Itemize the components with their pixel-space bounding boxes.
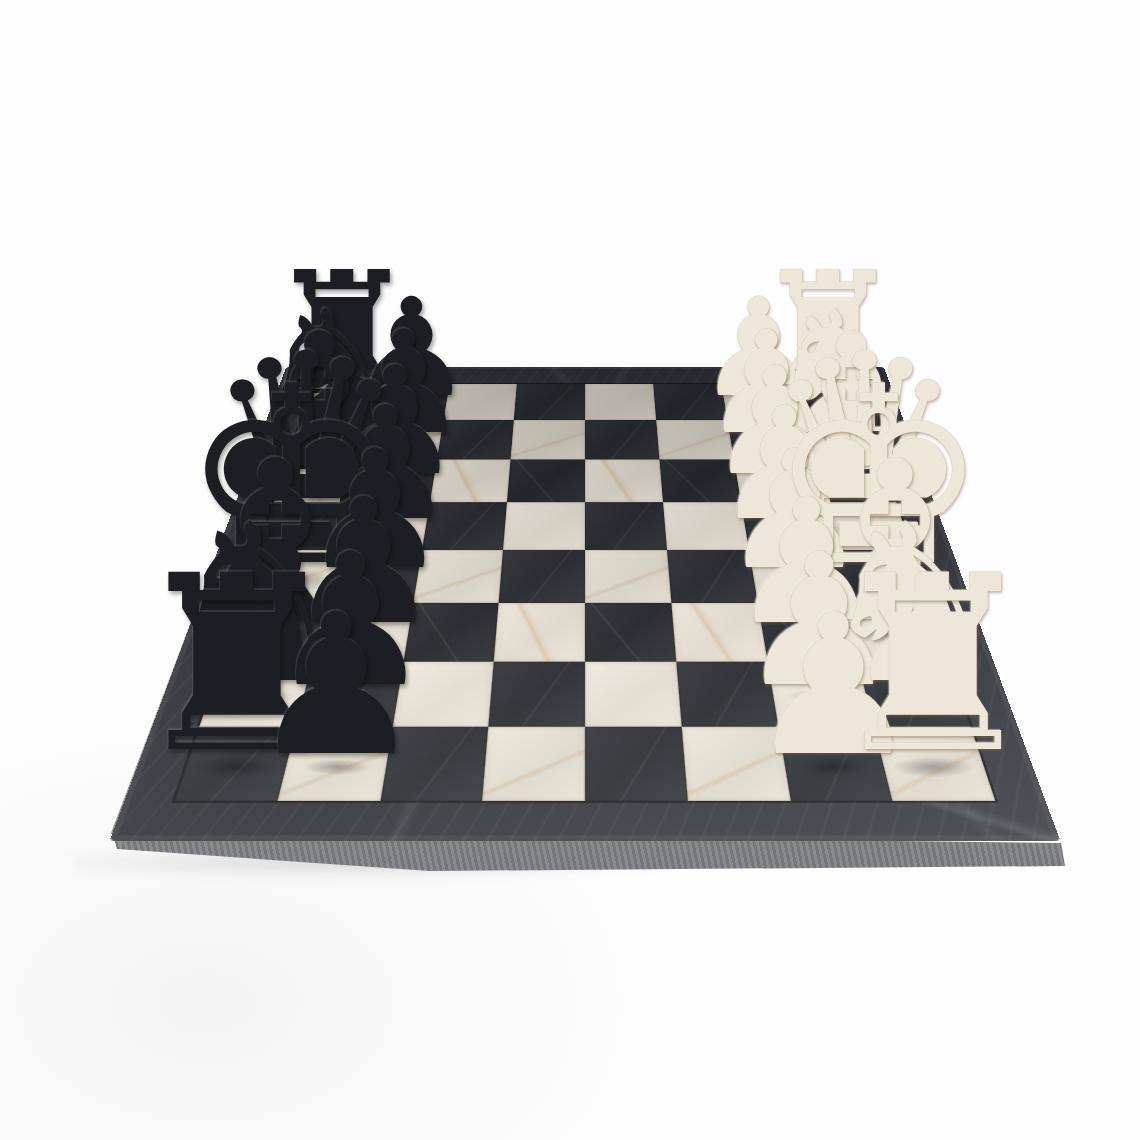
square-d8 [258,502,352,550]
square-f6 [403,603,499,662]
square-a2 [721,384,798,420]
square-b7 [362,420,443,459]
square-b6 [437,420,514,459]
square-g8 [199,661,312,727]
square-g4 [585,661,681,727]
square-b3 [656,420,733,459]
square-f4 [585,603,676,662]
square-c8 [274,459,363,502]
square-a8 [301,384,381,420]
square-c4 [585,459,663,502]
square-f5 [494,603,585,662]
square-e6 [413,550,503,603]
square-c3 [659,459,740,502]
square-e2 [749,550,844,603]
board-grid [175,384,996,801]
chess-board [110,367,1061,840]
square-e7 [327,550,422,603]
square-g3 [676,661,778,727]
square-e5 [499,550,585,603]
square-d2 [741,502,831,550]
square-e4 [585,550,671,603]
square-g7 [296,661,403,727]
square-e1 [830,550,929,603]
square-b1 [798,420,882,459]
square-d1 [818,502,912,550]
square-f2 [757,603,858,662]
square-d7 [340,502,430,550]
square-h4 [585,727,688,801]
square-b8 [288,420,372,459]
square-f1 [843,603,949,662]
square-h3 [681,727,790,801]
marble-slab-border [110,367,1061,840]
square-a4 [585,384,656,420]
square-a7 [372,384,449,420]
square-e8 [241,550,340,603]
square-a6 [443,384,517,420]
square-c2 [733,459,818,502]
square-h1 [874,727,995,801]
square-h2 [778,727,893,801]
square-f8 [221,603,327,662]
square-b5 [511,420,585,459]
square-h6 [380,727,489,801]
square-e3 [667,550,757,603]
square-b4 [585,420,659,459]
square-d5 [503,502,585,550]
square-d4 [585,502,667,550]
square-g5 [489,661,585,727]
square-f7 [312,603,413,662]
square-h5 [482,727,585,801]
square-g6 [392,661,494,727]
square-g1 [858,661,971,727]
square-d6 [422,502,508,550]
square-a5 [514,384,585,420]
product-photo-stage: ♜♟♟♜♞♟♟♞♝♟♟♝♛♟♟♛♚♟♟♚♝♟♟♝♞♟♟♞♜♟♟♜ [0,0,1140,1140]
square-f3 [671,603,767,662]
square-h8 [175,727,296,801]
square-c5 [507,459,585,502]
square-a3 [653,384,727,420]
square-d3 [663,502,749,550]
square-c1 [808,459,897,502]
square-a1 [789,384,869,420]
square-b2 [727,420,808,459]
square-c7 [352,459,437,502]
square-g2 [767,661,874,727]
square-h7 [277,727,392,801]
square-c6 [429,459,510,502]
